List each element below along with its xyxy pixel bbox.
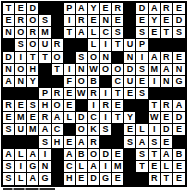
block-r15c12 [136,173,148,185]
cell-r1c13: A [149,3,161,15]
cell-r3c4: M [39,27,51,39]
cell-r6c5: T [52,64,64,76]
cell-r5c1: D [3,52,15,64]
cell-r15c13: R [149,173,161,185]
cell-r14c7: L [76,161,88,173]
crossword-grid: TEDPAYERDAREEROSIRENEEYEDNORMTALCSSETSSO… [1,1,187,187]
cell-r11c15: E [173,124,185,136]
cell-r13c10: E [112,149,124,161]
block-r11c10 [112,124,124,136]
cell-r14c2: I [15,161,27,173]
block-r7c9 [100,76,112,88]
cell-r11c4: A [39,124,51,136]
block-r5c10 [112,52,124,64]
cell-r4c2: S [15,39,27,51]
cell-r11c2: U [15,124,27,136]
cell-r7c14: N [161,76,173,88]
block-r3c5 [52,27,64,39]
cell-r4c12: P [136,39,148,51]
cell-r5c15: E [173,52,185,64]
cell-r2c13: Y [149,15,161,27]
cell-r13c2: L [15,149,27,161]
cell-r2c6: I [64,15,76,27]
cell-r10c10: T [112,112,124,124]
cell-r11c9: S [100,124,112,136]
cell-r6c14: A [161,64,173,76]
cell-r6c6: I [64,64,76,76]
cell-r6c1: N [3,64,15,76]
cell-r5c14: R [161,52,173,64]
cell-r12c11: S [124,136,136,148]
block-r12c10 [112,136,124,148]
cell-r14c9: I [100,161,112,173]
cell-r1c14: R [161,3,173,15]
block-r11c6 [64,124,76,136]
cell-r3c12: S [136,27,148,39]
cell-r14c6: C [64,161,76,173]
cell-r2c1: E [3,15,15,27]
block-r4c1 [3,39,15,51]
cell-r8c6: E [64,88,76,100]
cell-r9c15: A [173,100,185,112]
cell-r15c10: E [112,173,124,185]
cell-r10c14: E [161,112,173,124]
block-r14c11 [124,161,136,173]
cell-r12c8: R [88,136,100,148]
cell-r14c10: M [112,161,124,173]
cell-r1c2: E [15,3,27,15]
cell-r14c3: G [27,161,39,173]
cell-r15c9: G [100,173,112,185]
cell-r1c10: R [112,3,124,15]
block-r14c5 [52,161,64,173]
cell-r4c10: T [112,39,124,51]
cell-r1c9: E [100,3,112,15]
cell-r13c15: B [173,149,185,161]
cell-r12c4: S [39,136,51,148]
cell-r12c14: E [161,136,173,148]
cell-r5c11: N [124,52,136,64]
block-r4c6 [64,39,76,51]
cell-r6c8: W [88,64,100,76]
block-r7c5 [52,76,64,88]
cell-r7c6: F [64,76,76,88]
cell-r1c15: E [173,3,185,15]
cell-r8c12: S [136,88,148,100]
cell-r5c5: O [52,52,64,64]
cell-r2c15: D [173,15,185,27]
block-r15c5 [52,173,64,185]
cell-r3c8: L [88,27,100,39]
cell-r11c3: M [27,124,39,136]
cell-r12c6: E [64,136,76,148]
cell-r4c4: U [39,39,51,51]
cell-r15c3: A [27,173,39,185]
cell-r13c3: A [27,149,39,161]
cell-r9c6: E [64,100,76,112]
cell-r2c3: O [27,15,39,27]
cell-r11c1: S [3,124,15,136]
cell-r15c8: D [88,173,100,185]
cell-r13c1: A [3,149,15,161]
block-r1c11 [124,3,136,15]
block-r1c5 [52,3,64,15]
cell-r11c7: O [76,124,88,136]
block-r12c1 [3,136,15,148]
cell-r7c1: A [3,76,15,88]
cell-r7c10: C [112,76,124,88]
cell-r6c9: O [100,64,112,76]
cell-r2c7: R [76,15,88,27]
cell-r13c4: I [39,149,51,161]
block-r2c11 [124,15,136,27]
cell-r6c15: N [173,64,185,76]
block-r2c5 [52,15,64,27]
cell-r12c13: S [149,136,161,148]
cell-r11c5: C [52,124,64,136]
cell-r4c5: R [52,39,64,51]
cell-r14c4: N [39,161,51,173]
cell-r2c8: E [88,15,100,27]
cell-r3c10: S [112,27,124,39]
cell-r2c2: R [15,15,27,27]
cell-r5c12: I [136,52,148,64]
cell-r13c13: T [149,149,161,161]
cell-r15c2: L [15,173,27,185]
cell-r8c4: P [39,88,51,100]
cell-r15c1: S [3,173,15,185]
cell-r10c8: C [88,112,100,124]
cell-r9c1: R [3,100,15,112]
cell-r5c2: I [15,52,27,64]
cell-r3c14: T [161,27,173,39]
cell-r13c14: A [161,149,173,161]
cell-r7c12: E [136,76,148,88]
cell-r15c7: E [76,173,88,185]
block-r15c11 [124,173,136,185]
block-r8c3 [27,88,39,100]
block-r1c4 [39,3,51,15]
cell-r3c1: N [3,27,15,39]
cell-r11c8: K [88,124,100,136]
block-r8c2 [15,88,27,100]
cell-r2c9: N [100,15,112,27]
cell-r8c7: W [76,88,88,100]
cell-r1c7: A [76,3,88,15]
cell-r14c1: S [3,161,15,173]
cell-r10c13: W [149,112,161,124]
cell-r10c5: A [52,112,64,124]
cell-r8c10: T [112,88,124,100]
cell-r8c9: I [100,88,112,100]
cell-r10c15: D [173,112,185,124]
cell-r10c3: E [27,112,39,124]
cell-r1c8: Y [88,3,100,15]
block-r4c13 [149,39,161,51]
block-r13c11 [124,149,136,161]
cell-r10c9: I [100,112,112,124]
cell-r13c8: O [88,149,100,161]
cell-r10c2: M [15,112,27,124]
block-r4c14 [161,39,173,51]
cell-r11c12: L [136,124,148,136]
block-r13c5 [52,149,64,161]
block-r10c12 [136,112,148,124]
cell-r4c9: I [100,39,112,51]
cell-r3c6: T [64,27,76,39]
cell-r9c3: S [27,100,39,112]
cell-r3c2: O [15,27,27,39]
cell-r9c4: H [39,100,51,112]
cell-r15c4: G [39,173,51,185]
block-r12c15 [173,136,185,148]
block-r9c12 [136,100,148,112]
cell-r14c12: T [136,161,148,173]
block-r8c13 [149,88,161,100]
block-r12c9 [100,136,112,148]
block-r4c15 [173,39,185,51]
cell-r2c4: S [39,15,51,27]
cell-r4c3: O [27,39,39,51]
cell-r6c10: O [112,64,124,76]
cell-r7c2: N [15,76,27,88]
cell-r6c12: S [136,64,148,76]
cell-r7c11: U [124,76,136,88]
cell-r5c4: T [39,52,51,64]
block-r5c6 [64,52,76,64]
cell-r5c8: O [88,52,100,64]
cell-r8c5: R [52,88,64,100]
cell-r7c7: O [76,76,88,88]
cell-r1c3: D [27,3,39,15]
cell-r14c8: A [88,161,100,173]
cell-r9c5: O [52,100,64,112]
cell-r6c13: M [149,64,161,76]
cell-r12c7: A [76,136,88,148]
cell-r3c3: R [27,27,39,39]
cell-r11c14: D [161,124,173,136]
cell-r5c7: S [76,52,88,64]
cell-r6c11: D [124,64,136,76]
cell-r8c8: R [88,88,100,100]
block-r9c11 [124,100,136,112]
block-r9c7 [76,100,88,112]
block-r8c14 [161,88,173,100]
cell-r13c7: B [76,149,88,161]
cell-r10c1: E [3,112,15,124]
cell-r1c1: T [3,3,15,15]
cell-r7c15: G [173,76,185,88]
cell-r12c5: H [52,136,64,148]
cell-r3c15: S [173,27,185,39]
block-r7c4 [39,76,51,88]
cell-r15c14: T [161,173,173,185]
block-r8c1 [3,88,15,100]
cell-r12c12: A [136,136,148,148]
cell-r10c7: D [76,112,88,124]
cell-r15c15: E [173,173,185,185]
cell-r2c10: E [112,15,124,27]
cell-r13c6: A [64,149,76,161]
cell-r6c3: H [27,64,39,76]
cell-r1c12: D [136,3,148,15]
cell-r9c8: I [88,100,100,112]
cell-r11c13: I [149,124,161,136]
cell-r9c9: R [100,100,112,112]
cell-r7c8: B [88,76,100,88]
cell-r9c13: T [149,100,161,112]
cell-r5c13: A [149,52,161,64]
cell-r14c13: E [149,161,161,173]
cell-r11c11: E [124,124,136,136]
cell-r8c11: E [124,88,136,100]
block-r12c3 [27,136,39,148]
cell-r2c12: E [136,15,148,27]
cell-r10c6: L [64,112,76,124]
cell-r1c6: P [64,3,76,15]
cell-r5c3: T [27,52,39,64]
cell-r5c9: N [100,52,112,64]
cell-r4c8: L [88,39,100,51]
cell-r2c14: E [161,15,173,27]
cell-r6c7: N [76,64,88,76]
cell-r3c7: A [76,27,88,39]
block-r8c15 [173,88,185,100]
cell-r10c4: R [39,112,51,124]
cell-r9c2: E [15,100,27,112]
cell-r7c3: Y [27,76,39,88]
block-r3c11 [124,27,136,39]
cell-r7c13: I [149,76,161,88]
block-r12c2 [15,136,27,148]
cell-r9c10: E [112,100,124,112]
cell-r15c6: H [64,173,76,185]
cell-r4c11: U [124,39,136,51]
cell-r13c12: S [136,149,148,161]
cell-r10c11: Y [124,112,136,124]
block-r6c4 [39,64,51,76]
cell-r3c13: E [149,27,161,39]
cell-r6c2: O [15,64,27,76]
cell-r14c14: L [161,161,173,173]
cell-r13c9: D [100,149,112,161]
cell-r9c14: R [161,100,173,112]
crossword-solution-page: TEDPAYERDAREEROSIRENEEYEDNORMTALCSSETSSO… [0,0,188,192]
block-r4c7 [76,39,88,51]
cell-r14c15: E [173,161,185,173]
cell-r3c9: C [100,27,112,39]
copyright-microtext [3,188,55,190]
